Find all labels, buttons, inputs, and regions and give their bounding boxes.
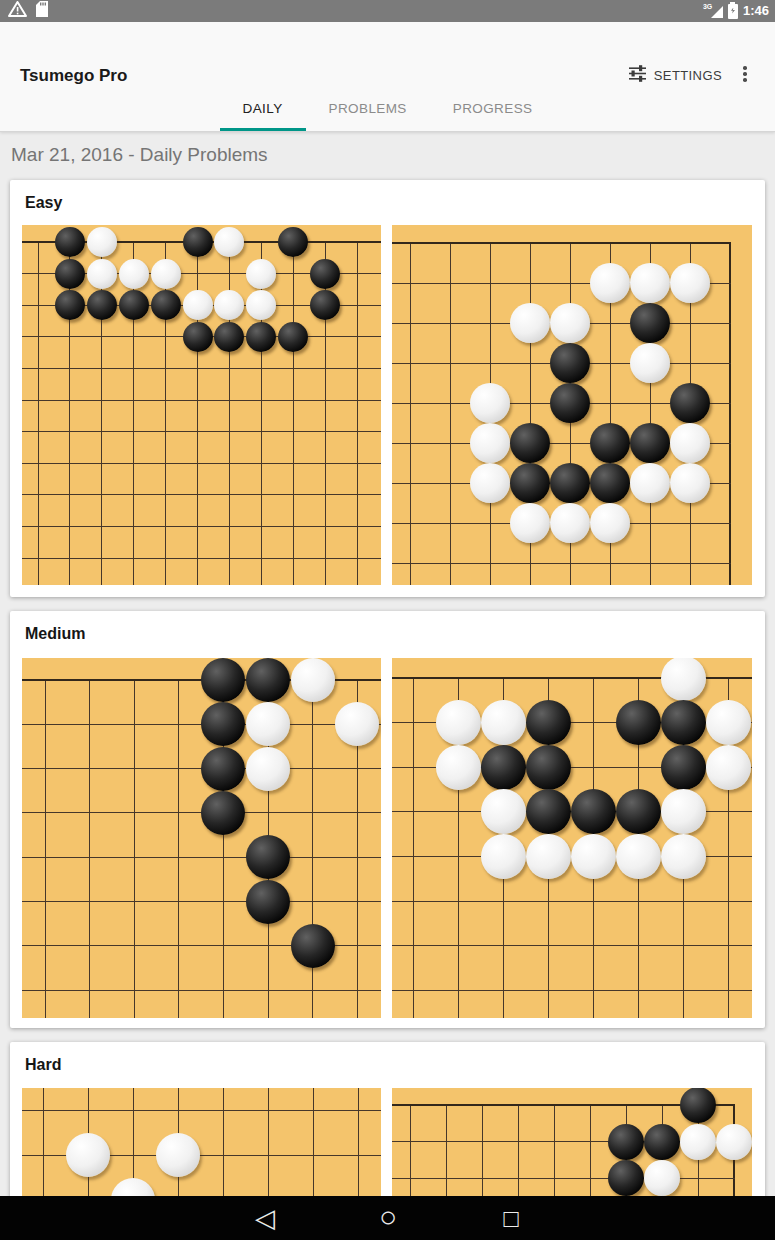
tab-progress[interactable]: PROGRESS	[430, 88, 556, 131]
white-stone	[550, 503, 590, 543]
black-stone	[550, 343, 590, 383]
white-stone	[550, 303, 590, 343]
black-stone	[571, 789, 616, 834]
black-stone	[630, 423, 670, 463]
black-stone	[278, 322, 308, 352]
white-stone	[616, 834, 661, 879]
app-title: Tsumego Pro	[20, 66, 127, 86]
white-stone	[661, 658, 706, 701]
sd-card-icon	[36, 1, 48, 21]
go-board-hard-1[interactable]	[22, 1088, 381, 1196]
white-stone	[183, 290, 213, 320]
overflow-menu-icon[interactable]	[737, 65, 753, 83]
black-stone	[201, 747, 245, 791]
white-stone	[119, 259, 149, 289]
go-board-easy-2[interactable]	[392, 225, 752, 585]
black-stone	[55, 259, 85, 289]
white-stone	[436, 700, 481, 745]
card-medium: Medium	[10, 611, 765, 1028]
white-stone	[526, 834, 571, 879]
black-stone	[278, 227, 308, 257]
black-stone	[616, 700, 661, 745]
white-stone	[470, 423, 510, 463]
white-stone	[246, 702, 290, 746]
page-heading: Mar 21, 2016 - Daily Problems	[11, 144, 268, 166]
black-stone	[550, 463, 590, 503]
white-stone	[510, 503, 550, 543]
white-stone	[716, 1124, 752, 1160]
black-stone	[291, 924, 335, 968]
white-stone	[670, 423, 710, 463]
nav-bar: ◁ ○ □	[0, 1196, 775, 1240]
black-stone	[661, 700, 706, 745]
black-stone	[608, 1124, 644, 1160]
app-screen: 3G 1:46 Tsumego Pro	[0, 0, 775, 1240]
status-bar: 3G 1:46	[0, 0, 775, 22]
white-stone	[571, 834, 616, 879]
black-stone	[246, 322, 276, 352]
white-stone	[510, 303, 550, 343]
white-stone	[670, 463, 710, 503]
black-stone	[183, 227, 213, 257]
black-stone	[670, 383, 710, 423]
black-stone	[201, 658, 245, 702]
black-stone	[510, 463, 550, 503]
white-stone	[214, 290, 244, 320]
black-stone	[119, 290, 149, 320]
white-stone	[706, 745, 751, 790]
black-stone	[310, 259, 340, 289]
black-stone	[201, 702, 245, 746]
black-stone	[550, 383, 590, 423]
white-stone	[644, 1160, 680, 1196]
white-stone	[335, 702, 379, 746]
black-stone	[510, 423, 550, 463]
nav-back-icon[interactable]: ◁	[243, 1196, 287, 1240]
black-stone	[246, 880, 290, 924]
white-stone	[590, 503, 630, 543]
white-stone	[246, 747, 290, 791]
black-stone	[590, 463, 630, 503]
card-medium-title: Medium	[25, 625, 85, 643]
white-stone	[670, 263, 710, 303]
white-stone	[481, 834, 526, 879]
black-stone	[183, 322, 213, 352]
white-stone	[706, 700, 751, 745]
black-stone	[55, 290, 85, 320]
white-stone	[246, 290, 276, 320]
black-stone	[246, 658, 290, 702]
card-easy-title: Easy	[25, 194, 62, 212]
white-stone	[436, 745, 481, 790]
black-stone	[644, 1124, 680, 1160]
black-stone	[680, 1088, 716, 1123]
app-bar: Tsumego Pro SETTINGS	[0, 22, 775, 132]
black-stone	[661, 745, 706, 790]
black-stone	[214, 322, 244, 352]
white-stone	[680, 1124, 716, 1160]
black-stone	[526, 700, 571, 745]
black-stone	[630, 303, 670, 343]
white-stone	[87, 227, 117, 257]
black-stone	[87, 290, 117, 320]
white-stone	[630, 263, 670, 303]
white-stone	[630, 463, 670, 503]
white-stone	[590, 263, 630, 303]
tab-daily[interactable]: DAILY	[220, 88, 306, 131]
white-stone	[214, 227, 244, 257]
battery-icon	[728, 4, 738, 19]
go-board-medium-2[interactable]	[392, 658, 752, 1018]
black-stone	[526, 789, 571, 834]
white-stone	[470, 383, 510, 423]
white-stone	[151, 259, 181, 289]
go-board-easy-1[interactable]	[22, 225, 381, 585]
black-stone	[151, 290, 181, 320]
warning-icon	[8, 1, 27, 21]
black-stone	[608, 1160, 644, 1196]
white-stone	[481, 789, 526, 834]
white-stone	[291, 658, 335, 702]
black-stone	[590, 423, 630, 463]
tab-problems[interactable]: PROBLEMS	[306, 88, 430, 131]
black-stone	[55, 227, 85, 257]
black-stone	[201, 791, 245, 835]
white-stone	[87, 259, 117, 289]
white-stone	[66, 1133, 110, 1177]
white-stone	[661, 789, 706, 834]
settings-label: SETTINGS	[654, 68, 722, 83]
card-easy: Easy	[10, 180, 765, 597]
white-stone	[481, 700, 526, 745]
status-time: 1:46	[743, 2, 769, 20]
white-stone	[156, 1133, 200, 1177]
go-board-hard-2[interactable]	[392, 1088, 752, 1196]
black-stone	[310, 290, 340, 320]
black-stone	[526, 745, 571, 790]
black-stone	[246, 835, 290, 879]
tune-icon	[628, 64, 647, 87]
white-stone	[630, 343, 670, 383]
white-stone	[661, 834, 706, 879]
signal-icon: 3G	[703, 3, 723, 19]
settings-button[interactable]: SETTINGS	[628, 64, 722, 87]
white-stone	[470, 463, 510, 503]
nav-recents-icon[interactable]: □	[489, 1196, 533, 1240]
tab-bar: DAILY PROBLEMS PROGRESS	[0, 88, 775, 131]
black-stone	[481, 745, 526, 790]
go-board-medium-1[interactable]	[22, 658, 381, 1018]
card-hard-title: Hard	[25, 1056, 61, 1074]
white-stone	[111, 1178, 155, 1196]
black-stone	[616, 789, 661, 834]
nav-home-icon[interactable]: ○	[366, 1196, 410, 1240]
white-stone	[246, 259, 276, 289]
